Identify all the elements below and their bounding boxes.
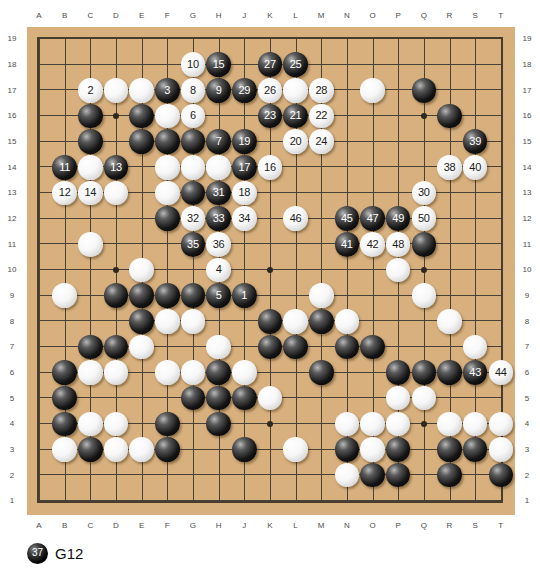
- coord-label-3: 3: [2, 437, 22, 463]
- black-stone-l18[interactable]: 25: [283, 52, 308, 77]
- white-stone-g16[interactable]: 6: [181, 104, 206, 129]
- coord-label-19: 19: [2, 26, 22, 52]
- coord-label-a: A: [26, 7, 52, 23]
- black-stone-m8[interactable]: [309, 309, 334, 334]
- black-stone-s3[interactable]: [463, 437, 488, 462]
- white-stone-c14[interactable]: [78, 155, 103, 180]
- white-stone-f16[interactable]: [155, 104, 180, 129]
- black-stone-k16[interactable]: 23: [258, 104, 283, 129]
- black-stone-h4[interactable]: [206, 412, 231, 437]
- black-stone-j9[interactable]: 1: [232, 283, 257, 308]
- coord-label-l: L: [283, 517, 309, 533]
- move-number: 15: [213, 59, 225, 70]
- star-point-d10: [113, 267, 119, 273]
- white-stone-b3[interactable]: [52, 437, 77, 462]
- white-stone-e3[interactable]: [129, 437, 154, 462]
- white-stone-t4[interactable]: [489, 412, 514, 437]
- black-stone-r2[interactable]: [437, 463, 462, 488]
- black-stone-m6[interactable]: [309, 360, 334, 385]
- white-stone-p5[interactable]: [386, 386, 411, 411]
- coord-label-3: 3: [517, 437, 537, 463]
- black-stone-n12[interactable]: 45: [335, 206, 360, 231]
- white-stone-h11[interactable]: 36: [206, 232, 231, 257]
- white-stone-c6[interactable]: [78, 360, 103, 385]
- black-stone-b4[interactable]: [52, 412, 77, 437]
- column-labels-top: ABCDEFGHJKLMNOPQRST: [26, 7, 514, 23]
- move-number: 28: [315, 85, 327, 96]
- coord-label-8: 8: [517, 308, 537, 334]
- coord-label-s: S: [462, 517, 488, 533]
- black-stone-o7[interactable]: [360, 335, 385, 360]
- black-stone-k7[interactable]: [258, 335, 283, 360]
- black-stone-b5[interactable]: [52, 386, 77, 411]
- move-number: 36: [213, 239, 225, 250]
- coord-label-4: 4: [2, 411, 22, 437]
- move-number: 13: [110, 162, 122, 173]
- white-stone-m17[interactable]: 28: [309, 78, 334, 103]
- white-stone-r8[interactable]: [437, 309, 462, 334]
- white-stone-q12[interactable]: 50: [412, 206, 437, 231]
- white-stone-k14[interactable]: 16: [258, 155, 283, 180]
- black-stone-g11[interactable]: 35: [181, 232, 206, 257]
- white-stone-o4[interactable]: [360, 412, 385, 437]
- coord-label-12: 12: [2, 206, 22, 232]
- black-stone-g13[interactable]: [181, 181, 206, 206]
- coord-label-t: T: [488, 517, 514, 533]
- black-stone-h15[interactable]: 7: [206, 129, 231, 154]
- move-number: 3: [164, 85, 170, 96]
- white-stone-g17[interactable]: 8: [181, 78, 206, 103]
- move-number: 7: [216, 136, 222, 147]
- white-stone-h7[interactable]: [206, 335, 231, 360]
- move-number: 1: [241, 290, 247, 301]
- move-number: 9: [216, 85, 222, 96]
- coord-label-j: J: [231, 517, 257, 533]
- white-stone-j13[interactable]: 18: [232, 181, 257, 206]
- black-stone-p12[interactable]: 49: [386, 206, 411, 231]
- star-point-q4: [421, 421, 427, 427]
- coord-label-9: 9: [517, 283, 537, 309]
- black-stone-j14[interactable]: 17: [232, 155, 257, 180]
- coord-label-h: H: [206, 7, 232, 23]
- white-stone-p10[interactable]: [386, 258, 411, 283]
- black-stone-p6[interactable]: [386, 360, 411, 385]
- black-stone-f4[interactable]: [155, 412, 180, 437]
- star-point-q10: [421, 267, 427, 273]
- white-stone-l15[interactable]: 20: [283, 129, 308, 154]
- black-stone-c7[interactable]: [78, 335, 103, 360]
- black-stone-d9[interactable]: [104, 283, 129, 308]
- black-stone-n3[interactable]: [335, 437, 360, 462]
- coord-label-p: P: [385, 7, 411, 23]
- black-stone-h5[interactable]: [206, 386, 231, 411]
- black-stone-t2[interactable]: [489, 463, 514, 488]
- coord-label-15: 15: [517, 129, 537, 155]
- black-stone-g5[interactable]: [181, 386, 206, 411]
- coord-label-e: E: [129, 517, 155, 533]
- move-number: 26: [264, 85, 276, 96]
- move-number: 16: [264, 162, 276, 173]
- go-board[interactable]: 1015272523892926286232122719202439111317…: [27, 27, 515, 515]
- white-stone-c11[interactable]: [78, 232, 103, 257]
- caption-black-stone-icon: 37: [27, 543, 48, 564]
- white-stone-e17[interactable]: [129, 78, 154, 103]
- move-number: 35: [187, 239, 199, 250]
- move-number: 19: [238, 136, 250, 147]
- coord-label-12: 12: [517, 206, 537, 232]
- white-stone-l12[interactable]: 46: [283, 206, 308, 231]
- coord-label-h: H: [206, 517, 232, 533]
- coord-label-9: 9: [2, 283, 22, 309]
- black-stone-f3[interactable]: [155, 437, 180, 462]
- move-number: 18: [238, 187, 250, 198]
- coord-label-b: B: [52, 517, 78, 533]
- white-stone-b13[interactable]: 12: [52, 181, 77, 206]
- black-stone-p3[interactable]: [386, 437, 411, 462]
- white-stone-c13[interactable]: 14: [78, 181, 103, 206]
- move-number: 40: [469, 162, 481, 173]
- coord-label-16: 16: [517, 103, 537, 129]
- move-number: 14: [84, 187, 96, 198]
- coord-label-14: 14: [2, 154, 22, 180]
- coord-label-s: S: [462, 7, 488, 23]
- coord-label-b: B: [52, 7, 78, 23]
- coord-label-13: 13: [517, 180, 537, 206]
- black-stone-e15[interactable]: [129, 129, 154, 154]
- white-stone-h14[interactable]: [206, 155, 231, 180]
- black-stone-l16[interactable]: 21: [283, 104, 308, 129]
- coord-label-d: D: [103, 7, 129, 23]
- coord-label-o: O: [360, 7, 386, 23]
- move-number: 48: [392, 239, 404, 250]
- star-point-d16: [113, 113, 119, 119]
- black-stone-k18[interactable]: 27: [258, 52, 283, 77]
- move-number: 43: [469, 367, 481, 378]
- move-number: 4: [216, 264, 222, 275]
- black-stone-j15[interactable]: 19: [232, 129, 257, 154]
- star-point-k10: [267, 267, 273, 273]
- white-stone-n2[interactable]: [335, 463, 360, 488]
- black-stone-q6[interactable]: [412, 360, 437, 385]
- white-stone-f6[interactable]: [155, 360, 180, 385]
- white-stone-d4[interactable]: [104, 412, 129, 437]
- white-stone-f8[interactable]: [155, 309, 180, 334]
- white-stone-j12[interactable]: 34: [232, 206, 257, 231]
- black-stone-f15[interactable]: [155, 129, 180, 154]
- white-stone-h10[interactable]: 4: [206, 258, 231, 283]
- white-stone-q13[interactable]: 30: [412, 181, 437, 206]
- coord-label-f: F: [154, 7, 180, 23]
- coord-label-1: 1: [2, 488, 22, 514]
- coord-label-t: T: [488, 7, 514, 23]
- coord-label-k: K: [257, 7, 283, 23]
- move-number: 44: [495, 367, 507, 378]
- black-stone-h9[interactable]: 5: [206, 283, 231, 308]
- coord-label-6: 6: [517, 360, 537, 386]
- black-stone-e8[interactable]: [129, 309, 154, 334]
- move-number: 25: [290, 59, 302, 70]
- move-number: 5: [216, 290, 222, 301]
- black-stone-d14[interactable]: 13: [104, 155, 129, 180]
- coord-label-r: R: [437, 517, 463, 533]
- column-labels-bottom: ABCDEFGHJKLMNOPQRST: [26, 517, 514, 533]
- white-stone-n4[interactable]: [335, 412, 360, 437]
- coord-label-8: 8: [2, 308, 22, 334]
- row-labels-left: 19181716151413121110987654321: [2, 26, 22, 514]
- black-stone-h18[interactable]: 15: [206, 52, 231, 77]
- black-stone-j17[interactable]: 29: [232, 78, 257, 103]
- white-stone-e10[interactable]: [129, 258, 154, 283]
- coord-label-5: 5: [2, 385, 22, 411]
- caption-coordinate: G12: [55, 545, 83, 562]
- coord-label-c: C: [77, 517, 103, 533]
- coord-label-g: G: [180, 7, 206, 23]
- white-stone-g14[interactable]: [181, 155, 206, 180]
- coord-label-m: M: [308, 7, 334, 23]
- black-stone-k8[interactable]: [258, 309, 283, 334]
- coord-label-11: 11: [517, 231, 537, 257]
- coord-label-r: R: [437, 7, 463, 23]
- white-stone-s7[interactable]: [463, 335, 488, 360]
- white-stone-p4[interactable]: [386, 412, 411, 437]
- coord-label-18: 18: [517, 52, 537, 78]
- coord-label-7: 7: [2, 334, 22, 360]
- coord-label-5: 5: [517, 385, 537, 411]
- coord-label-a: A: [26, 517, 52, 533]
- black-stone-b6[interactable]: [52, 360, 77, 385]
- coord-label-17: 17: [2, 77, 22, 103]
- white-stone-t6[interactable]: 44: [489, 360, 514, 385]
- black-stone-h6[interactable]: [206, 360, 231, 385]
- move-number: 20: [290, 136, 302, 147]
- coord-label-6: 6: [2, 360, 22, 386]
- move-number: 46: [290, 213, 302, 224]
- black-stone-j5[interactable]: [232, 386, 257, 411]
- black-stone-r16[interactable]: [437, 104, 462, 129]
- move-number: 41: [341, 239, 353, 250]
- coord-label-p: P: [385, 517, 411, 533]
- board-grid[interactable]: 1015272523892926286232122719202439111317…: [26, 26, 514, 514]
- coord-label-4: 4: [517, 411, 537, 437]
- move-number: 49: [392, 213, 404, 224]
- coord-label-n: N: [334, 7, 360, 23]
- white-stone-k17[interactable]: 26: [258, 78, 283, 103]
- coord-label-2: 2: [517, 462, 537, 488]
- go-diagram-page: ABCDEFGHJKLMNOPQRST ABCDEFGHJKLMNOPQRST …: [0, 0, 540, 577]
- white-stone-l17[interactable]: [283, 78, 308, 103]
- move-annotation: 37 G12: [27, 541, 83, 565]
- move-number: 23: [264, 110, 276, 121]
- row-labels-right: 19181716151413121110987654321: [517, 26, 537, 514]
- move-number: 38: [444, 162, 456, 173]
- black-stone-r6[interactable]: [437, 360, 462, 385]
- coord-label-7: 7: [517, 334, 537, 360]
- white-stone-k5[interactable]: [258, 386, 283, 411]
- white-stone-c17[interactable]: 2: [78, 78, 103, 103]
- black-stone-q17[interactable]: [412, 78, 437, 103]
- white-stone-r14[interactable]: 38: [437, 155, 462, 180]
- coord-label-k: K: [257, 517, 283, 533]
- coord-label-19: 19: [517, 26, 537, 52]
- black-stone-b14[interactable]: 11: [52, 155, 77, 180]
- coord-label-n: N: [334, 517, 360, 533]
- white-stone-d13[interactable]: [104, 181, 129, 206]
- white-stone-d3[interactable]: [104, 437, 129, 462]
- black-stone-f12[interactable]: [155, 206, 180, 231]
- coord-label-13: 13: [2, 180, 22, 206]
- white-stone-g12[interactable]: 32: [181, 206, 206, 231]
- white-stone-l8[interactable]: [283, 309, 308, 334]
- coord-label-15: 15: [2, 129, 22, 155]
- white-stone-b9[interactable]: [52, 283, 77, 308]
- white-stone-e7[interactable]: [129, 335, 154, 360]
- black-stone-e16[interactable]: [129, 104, 154, 129]
- coord-label-f: F: [154, 517, 180, 533]
- black-stone-r3[interactable]: [437, 437, 462, 462]
- white-stone-o11[interactable]: 42: [360, 232, 385, 257]
- white-stone-o17[interactable]: [360, 78, 385, 103]
- coord-label-2: 2: [2, 462, 22, 488]
- black-stone-n11[interactable]: 41: [335, 232, 360, 257]
- white-stone-n8[interactable]: [335, 309, 360, 334]
- move-number: 39: [469, 136, 481, 147]
- coord-label-16: 16: [2, 103, 22, 129]
- move-number: 22: [315, 110, 327, 121]
- coord-label-18: 18: [2, 52, 22, 78]
- black-stone-n7[interactable]: [335, 335, 360, 360]
- move-number: 29: [238, 85, 250, 96]
- white-stone-g18[interactable]: 10: [181, 52, 206, 77]
- coord-label-d: D: [103, 517, 129, 533]
- coord-label-e: E: [129, 7, 155, 23]
- white-stone-q5[interactable]: [412, 386, 437, 411]
- white-stone-d6[interactable]: [104, 360, 129, 385]
- coord-label-j: J: [231, 7, 257, 23]
- move-number: 6: [190, 110, 196, 121]
- black-stone-f17[interactable]: 3: [155, 78, 180, 103]
- black-stone-d7[interactable]: [104, 335, 129, 360]
- coord-label-q: Q: [411, 517, 437, 533]
- white-stone-m15[interactable]: 24: [309, 129, 334, 154]
- black-stone-e9[interactable]: [129, 283, 154, 308]
- move-number: 10: [187, 59, 199, 70]
- coord-label-11: 11: [2, 231, 22, 257]
- white-stone-t3[interactable]: [489, 437, 514, 462]
- white-stone-f13[interactable]: [155, 181, 180, 206]
- white-stone-r4[interactable]: [437, 412, 462, 437]
- coord-label-m: M: [308, 517, 334, 533]
- black-stone-s15[interactable]: 39: [463, 129, 488, 154]
- move-number: 17: [238, 162, 250, 173]
- coord-label-14: 14: [517, 154, 537, 180]
- coord-label-g: G: [180, 517, 206, 533]
- move-number: 24: [315, 136, 327, 147]
- move-number: 45: [341, 213, 353, 224]
- coord-label-10: 10: [2, 257, 22, 283]
- white-stone-s4[interactable]: [463, 412, 488, 437]
- move-number: 32: [187, 213, 199, 224]
- coord-label-17: 17: [517, 77, 537, 103]
- black-stone-h17[interactable]: 9: [206, 78, 231, 103]
- star-point-q16: [421, 113, 427, 119]
- white-stone-c4[interactable]: [78, 412, 103, 437]
- move-number: 47: [367, 213, 379, 224]
- white-stone-l3[interactable]: [283, 437, 308, 462]
- move-number: 2: [87, 85, 93, 96]
- black-stone-q11[interactable]: [412, 232, 437, 257]
- black-stone-s6[interactable]: 43: [463, 360, 488, 385]
- move-number: 27: [264, 59, 276, 70]
- move-number: 50: [418, 213, 430, 224]
- coord-label-q: Q: [411, 7, 437, 23]
- black-stone-h13[interactable]: 31: [206, 181, 231, 206]
- white-stone-d17[interactable]: [104, 78, 129, 103]
- black-stone-c15[interactable]: [78, 129, 103, 154]
- coord-label-o: O: [360, 517, 386, 533]
- white-stone-g6[interactable]: [181, 360, 206, 385]
- black-stone-h12[interactable]: 33: [206, 206, 231, 231]
- move-number: 33: [213, 213, 225, 224]
- star-point-k4: [267, 421, 273, 427]
- black-stone-o2[interactable]: [360, 463, 385, 488]
- black-stone-j3[interactable]: [232, 437, 257, 462]
- white-stone-m9[interactable]: [309, 283, 334, 308]
- white-stone-q9[interactable]: [412, 283, 437, 308]
- black-stone-g15[interactable]: [181, 129, 206, 154]
- white-stone-f14[interactable]: [155, 155, 180, 180]
- move-number: 31: [213, 187, 225, 198]
- black-stone-c3[interactable]: [78, 437, 103, 462]
- black-stone-f9[interactable]: [155, 283, 180, 308]
- white-stone-s14[interactable]: 40: [463, 155, 488, 180]
- move-number: 21: [290, 110, 302, 121]
- coord-label-l: L: [283, 7, 309, 23]
- caption-move-number: 37: [32, 548, 43, 558]
- move-number: 8: [190, 85, 196, 96]
- white-stone-o3[interactable]: [360, 437, 385, 462]
- move-number: 30: [418, 187, 430, 198]
- white-stone-j6[interactable]: [232, 360, 257, 385]
- white-stone-p11[interactable]: 48: [386, 232, 411, 257]
- black-stone-p2[interactable]: [386, 463, 411, 488]
- coord-label-c: C: [77, 7, 103, 23]
- coord-label-10: 10: [517, 257, 537, 283]
- move-number: 34: [238, 213, 250, 224]
- black-stone-l7[interactable]: [283, 335, 308, 360]
- black-stone-g9[interactable]: [181, 283, 206, 308]
- black-stone-c16[interactable]: [78, 104, 103, 129]
- black-stone-o12[interactable]: 47: [360, 206, 385, 231]
- move-number: 12: [59, 187, 71, 198]
- move-number: 42: [367, 239, 379, 250]
- white-stone-m16[interactable]: 22: [309, 104, 334, 129]
- coord-label-1: 1: [517, 488, 537, 514]
- white-stone-g8[interactable]: [181, 309, 206, 334]
- move-number: 11: [59, 162, 70, 173]
